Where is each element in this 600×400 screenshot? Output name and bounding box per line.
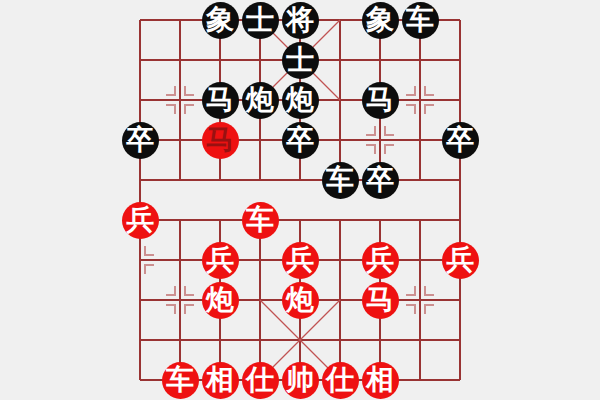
board-point[interactable]: 车 — [320, 160, 360, 200]
board-point[interactable] — [400, 200, 440, 240]
board-point[interactable] — [280, 200, 320, 240]
board-point[interactable]: 马 — [200, 120, 240, 160]
board-point[interactable] — [200, 200, 240, 240]
board-point[interactable] — [360, 320, 400, 360]
board-point[interactable] — [200, 320, 240, 360]
board-point[interactable]: 相 — [360, 360, 400, 400]
board-point[interactable] — [200, 160, 240, 200]
board-point[interactable]: 炮 — [240, 80, 280, 120]
board-point[interactable] — [320, 240, 360, 280]
board-point[interactable]: 兵 — [200, 240, 240, 280]
piece-red-pawn[interactable]: 兵 — [282, 242, 319, 279]
piece-red-horse[interactable]: 马 — [202, 122, 239, 159]
board-point[interactable]: 象 — [200, 0, 240, 40]
board-point[interactable] — [160, 0, 200, 40]
board-point[interactable]: 兵 — [440, 240, 480, 280]
piece-black-advisor[interactable]: 士 — [282, 42, 319, 79]
piece-red-horse[interactable]: 马 — [362, 282, 399, 319]
board-point[interactable] — [120, 0, 160, 40]
board-point[interactable] — [240, 280, 280, 320]
piece-red-cannon[interactable]: 炮 — [282, 282, 319, 319]
board-point[interactable] — [400, 360, 440, 400]
piece-red-cannon[interactable]: 炮 — [202, 282, 239, 319]
piece-red-advisor[interactable]: 仕 — [242, 362, 279, 399]
board-point[interactable] — [440, 200, 480, 240]
board-point[interactable] — [160, 160, 200, 200]
board-point[interactable] — [400, 320, 440, 360]
board-point[interactable] — [400, 160, 440, 200]
board-point[interactable] — [320, 80, 360, 120]
piece-black-cannon[interactable]: 炮 — [242, 82, 279, 119]
board-point[interactable] — [200, 40, 240, 80]
piece-black-elephant[interactable]: 象 — [202, 2, 239, 39]
piece-black-advisor[interactable]: 士 — [242, 2, 279, 39]
board-point[interactable] — [160, 280, 200, 320]
board-point[interactable]: 马 — [360, 280, 400, 320]
board-point[interactable] — [400, 280, 440, 320]
board-point[interactable] — [360, 40, 400, 80]
board-points: 象士将象车士马炮炮马卒马卒卒车卒兵车兵兵兵兵炮炮马车相仕帅仕相 — [120, 0, 480, 400]
board-point[interactable] — [360, 120, 400, 160]
board-point[interactable]: 卒 — [360, 160, 400, 200]
board-point[interactable] — [120, 160, 160, 200]
board-point[interactable] — [440, 320, 480, 360]
board-point[interactable]: 炮 — [200, 280, 240, 320]
board-point[interactable] — [440, 360, 480, 400]
piece-black-general[interactable]: 将 — [282, 2, 319, 39]
board-point[interactable]: 将 — [280, 0, 320, 40]
board-point[interactable]: 仕 — [240, 360, 280, 400]
board-point[interactable]: 车 — [160, 360, 200, 400]
board-point[interactable] — [320, 120, 360, 160]
board-point[interactable] — [440, 40, 480, 80]
piece-black-horse[interactable]: 马 — [202, 82, 239, 119]
board-point[interactable] — [240, 120, 280, 160]
piece-black-horse[interactable]: 马 — [362, 82, 399, 119]
board-point[interactable] — [320, 0, 360, 40]
board-point[interactable] — [240, 240, 280, 280]
board-point[interactable]: 相 — [200, 360, 240, 400]
board-point[interactable]: 士 — [280, 40, 320, 80]
board-point[interactable] — [120, 40, 160, 80]
piece-black-cannon[interactable]: 炮 — [282, 82, 319, 119]
board-point[interactable]: 卒 — [280, 120, 320, 160]
board-point[interactable]: 兵 — [360, 240, 400, 280]
board-point[interactable] — [440, 280, 480, 320]
board-point[interactable] — [400, 80, 440, 120]
piece-black-chariot[interactable]: 车 — [322, 162, 359, 199]
xiangqi-app: 象士将象车士马炮炮马卒马卒卒车卒兵车兵兵兵兵炮炮马车相仕帅仕相 — [0, 0, 600, 400]
board-point[interactable] — [320, 200, 360, 240]
xiangqi-board: 象士将象车士马炮炮马卒马卒卒车卒兵车兵兵兵兵炮炮马车相仕帅仕相 — [120, 0, 480, 400]
board-point[interactable] — [160, 80, 200, 120]
board-point[interactable]: 兵 — [280, 240, 320, 280]
piece-black-pawn[interactable]: 卒 — [442, 122, 479, 159]
board-point[interactable] — [320, 280, 360, 320]
piece-red-chariot[interactable]: 车 — [242, 202, 279, 239]
board-point[interactable] — [360, 200, 400, 240]
board-point[interactable] — [240, 320, 280, 360]
board-point[interactable] — [320, 320, 360, 360]
board-point[interactable] — [160, 120, 200, 160]
board-point[interactable] — [280, 160, 320, 200]
board-point[interactable] — [160, 240, 200, 280]
board-point[interactable] — [440, 160, 480, 200]
board-point[interactable]: 仕 — [320, 360, 360, 400]
piece-red-pawn[interactable]: 兵 — [362, 242, 399, 279]
board-point[interactable]: 卒 — [120, 120, 160, 160]
board-point[interactable] — [160, 200, 200, 240]
board-point[interactable] — [160, 40, 200, 80]
board-point[interactable]: 马 — [200, 80, 240, 120]
board-point[interactable] — [120, 320, 160, 360]
board-point[interactable]: 车 — [240, 200, 280, 240]
piece-red-elephant[interactable]: 相 — [362, 362, 399, 399]
board-point[interactable] — [240, 40, 280, 80]
piece-red-elephant[interactable]: 相 — [202, 362, 239, 399]
board-point[interactable] — [120, 280, 160, 320]
board-point[interactable] — [240, 160, 280, 200]
board-point[interactable]: 炮 — [280, 80, 320, 120]
piece-red-pawn[interactable]: 兵 — [202, 242, 239, 279]
board-point[interactable]: 帅 — [280, 360, 320, 400]
piece-red-pawn[interactable]: 兵 — [442, 242, 479, 279]
piece-red-pawn[interactable]: 兵 — [122, 202, 159, 239]
board-point[interactable] — [440, 0, 480, 40]
piece-black-pawn[interactable]: 卒 — [282, 122, 319, 159]
board-point[interactable] — [320, 40, 360, 80]
board-point[interactable] — [400, 40, 440, 80]
board-point[interactable]: 马 — [360, 80, 400, 120]
piece-black-chariot[interactable]: 车 — [402, 2, 439, 39]
board-point[interactable]: 卒 — [440, 120, 480, 160]
board-point[interactable]: 兵 — [120, 200, 160, 240]
piece-black-pawn[interactable]: 卒 — [362, 162, 399, 199]
board-point[interactable]: 炮 — [280, 280, 320, 320]
piece-red-general[interactable]: 帅 — [282, 362, 319, 399]
board-point[interactable] — [400, 120, 440, 160]
board-point[interactable] — [160, 320, 200, 360]
board-point[interactable]: 士 — [240, 0, 280, 40]
piece-black-elephant[interactable]: 象 — [362, 2, 399, 39]
board-point[interactable] — [120, 360, 160, 400]
piece-red-chariot[interactable]: 车 — [162, 362, 199, 399]
board-point[interactable] — [120, 240, 160, 280]
board-point[interactable] — [120, 80, 160, 120]
piece-red-advisor[interactable]: 仕 — [322, 362, 359, 399]
board-point[interactable]: 车 — [400, 0, 440, 40]
board-point[interactable] — [440, 80, 480, 120]
board-point[interactable] — [400, 240, 440, 280]
piece-black-pawn[interactable]: 卒 — [122, 122, 159, 159]
board-point[interactable] — [280, 320, 320, 360]
board-point[interactable]: 象 — [360, 0, 400, 40]
